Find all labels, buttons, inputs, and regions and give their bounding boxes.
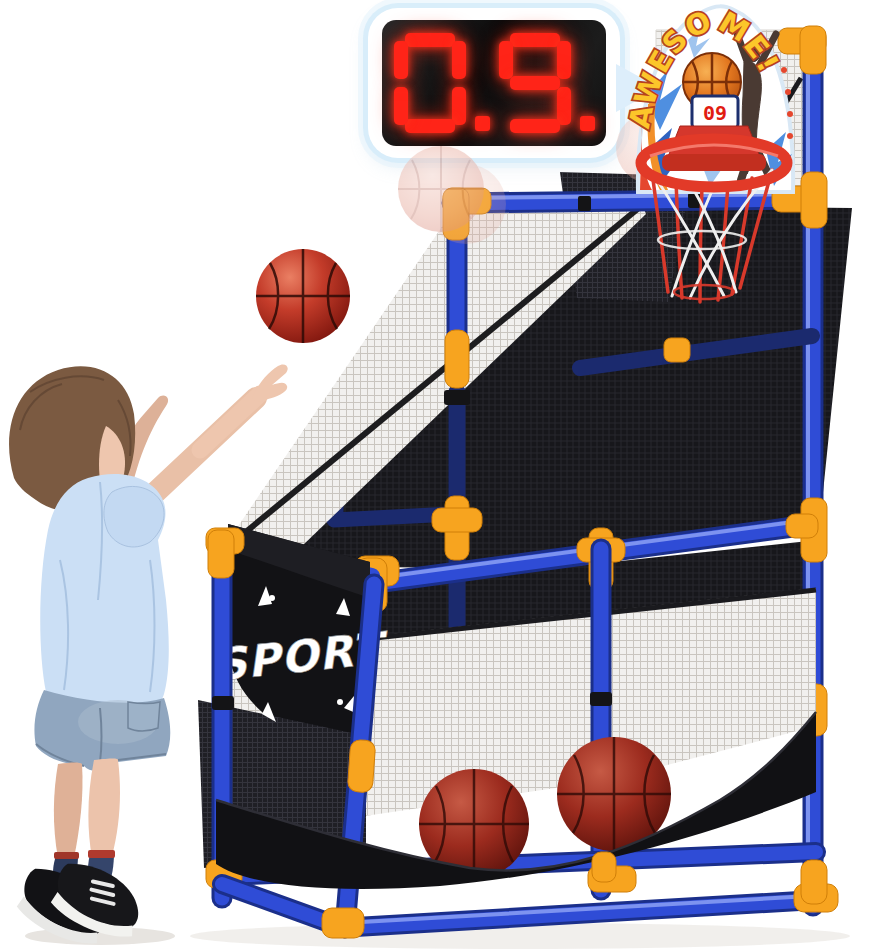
- product-photo-stage: AWESOME! 09: [0, 0, 894, 951]
- arcade-scene: AWESOME! 09: [0, 0, 894, 951]
- child-back-leg: [54, 763, 83, 859]
- ghost-basketball-trail: [398, 146, 506, 244]
- child-front-leg: [88, 759, 120, 859]
- backboard-mini-score: 09: [703, 101, 727, 125]
- backboard-mini-scoreboard: 09: [692, 96, 738, 128]
- flying-basketball: [256, 249, 350, 343]
